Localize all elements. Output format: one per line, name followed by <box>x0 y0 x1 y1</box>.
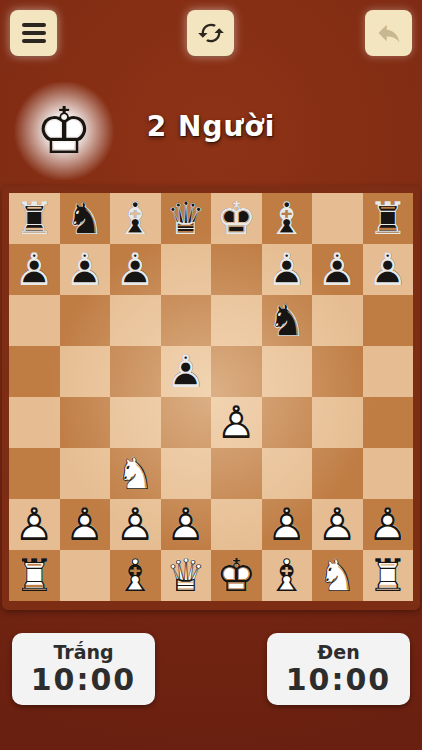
square-g6[interactable] <box>312 295 363 346</box>
white-clock: Trắng 10:00 <box>12 633 155 705</box>
square-a8[interactable]: ♜♖ <box>9 193 60 244</box>
square-b2[interactable]: ♟♙ <box>60 499 111 550</box>
square-e1[interactable]: ♚♔ <box>211 550 262 601</box>
square-g8[interactable] <box>312 193 363 244</box>
white-pawn[interactable]: ♟♙ <box>9 499 60 550</box>
black-pawn[interactable]: ♟♙ <box>161 346 212 397</box>
square-f2[interactable]: ♟♙ <box>262 499 313 550</box>
white-pawn[interactable]: ♟♙ <box>60 499 111 550</box>
chess-board: ♜♖♞♘♝♗♛♕♚♔♝♗♜♖♟♙♟♙♟♙♟♙♟♙♟♙♞♘♟♙♟♙♞♘♟♙♟♙♟♙… <box>2 186 420 610</box>
black-clock-label: Đen <box>317 642 359 664</box>
square-a2[interactable]: ♟♙ <box>9 499 60 550</box>
square-b4[interactable] <box>60 397 111 448</box>
black-rook[interactable]: ♜♖ <box>363 193 414 244</box>
square-f3[interactable] <box>262 448 313 499</box>
black-knight[interactable]: ♞♘ <box>60 193 111 244</box>
square-h7[interactable]: ♟♙ <box>363 244 414 295</box>
menu-icon <box>22 23 46 43</box>
white-knight[interactable]: ♞♘ <box>312 550 363 601</box>
square-f8[interactable]: ♝♗ <box>262 193 313 244</box>
black-pawn[interactable]: ♟♙ <box>262 244 313 295</box>
square-d5[interactable]: ♟♙ <box>161 346 212 397</box>
square-g1[interactable]: ♞♘ <box>312 550 363 601</box>
black-king[interactable]: ♚♔ <box>211 193 262 244</box>
white-pawn[interactable]: ♟♙ <box>211 397 262 448</box>
square-b7[interactable]: ♟♙ <box>60 244 111 295</box>
square-c4[interactable] <box>110 397 161 448</box>
square-d1[interactable]: ♛♕ <box>161 550 212 601</box>
square-e8[interactable]: ♚♔ <box>211 193 262 244</box>
square-c3[interactable]: ♞♘ <box>110 448 161 499</box>
board-grid: ♜♖♞♘♝♗♛♕♚♔♝♗♜♖♟♙♟♙♟♙♟♙♟♙♟♙♞♘♟♙♟♙♞♘♟♙♟♙♟♙… <box>9 193 413 601</box>
refresh-icon <box>197 19 225 47</box>
white-pawn[interactable]: ♟♙ <box>363 499 414 550</box>
square-h8[interactable]: ♜♖ <box>363 193 414 244</box>
square-g3[interactable] <box>312 448 363 499</box>
white-clock-time: 10:00 <box>31 663 137 696</box>
white-queen[interactable]: ♛♕ <box>161 550 212 601</box>
square-g4[interactable] <box>312 397 363 448</box>
undo-icon <box>375 19 403 47</box>
square-a6[interactable] <box>9 295 60 346</box>
mode-title: 2 Người <box>0 110 422 143</box>
square-b6[interactable] <box>60 295 111 346</box>
square-e4[interactable]: ♟♙ <box>211 397 262 448</box>
black-pawn[interactable]: ♟♙ <box>110 244 161 295</box>
square-b8[interactable]: ♞♘ <box>60 193 111 244</box>
menu-button[interactable] <box>10 10 57 56</box>
black-pawn[interactable]: ♟♙ <box>9 244 60 295</box>
white-pawn[interactable]: ♟♙ <box>161 499 212 550</box>
square-d6[interactable] <box>161 295 212 346</box>
black-rook[interactable]: ♜♖ <box>9 193 60 244</box>
square-a5[interactable] <box>9 346 60 397</box>
square-c1[interactable]: ♝♗ <box>110 550 161 601</box>
black-clock: Đen 10:00 <box>267 633 410 705</box>
black-queen[interactable]: ♛♕ <box>161 193 212 244</box>
square-g5[interactable] <box>312 346 363 397</box>
black-bishop[interactable]: ♝♗ <box>110 193 161 244</box>
white-pawn[interactable]: ♟♙ <box>312 499 363 550</box>
black-pawn[interactable]: ♟♙ <box>60 244 111 295</box>
square-g2[interactable]: ♟♙ <box>312 499 363 550</box>
black-knight[interactable]: ♞♘ <box>262 295 313 346</box>
square-c2[interactable]: ♟♙ <box>110 499 161 550</box>
black-bishop[interactable]: ♝♗ <box>262 193 313 244</box>
square-h3[interactable] <box>363 448 414 499</box>
white-pawn[interactable]: ♟♙ <box>110 499 161 550</box>
black-pawn[interactable]: ♟♙ <box>312 244 363 295</box>
square-f4[interactable] <box>262 397 313 448</box>
square-h1[interactable]: ♜♖ <box>363 550 414 601</box>
square-e3[interactable] <box>211 448 262 499</box>
white-clock-label: Trắng <box>53 642 113 664</box>
square-e6[interactable] <box>211 295 262 346</box>
white-bishop[interactable]: ♝♗ <box>262 550 313 601</box>
square-d3[interactable] <box>161 448 212 499</box>
black-pawn[interactable]: ♟♙ <box>363 244 414 295</box>
square-a7[interactable]: ♟♙ <box>9 244 60 295</box>
square-d8[interactable]: ♛♕ <box>161 193 212 244</box>
square-h5[interactable] <box>363 346 414 397</box>
square-c6[interactable] <box>110 295 161 346</box>
square-a3[interactable] <box>9 448 60 499</box>
square-h6[interactable] <box>363 295 414 346</box>
square-d4[interactable] <box>161 397 212 448</box>
square-f1[interactable]: ♝♗ <box>262 550 313 601</box>
square-g7[interactable]: ♟♙ <box>312 244 363 295</box>
square-b3[interactable] <box>60 448 111 499</box>
white-knight[interactable]: ♞♘ <box>110 448 161 499</box>
white-king[interactable]: ♚♔ <box>211 550 262 601</box>
square-c8[interactable]: ♝♗ <box>110 193 161 244</box>
square-d2[interactable]: ♟♙ <box>161 499 212 550</box>
white-rook[interactable]: ♜♖ <box>9 550 60 601</box>
square-c5[interactable] <box>110 346 161 397</box>
square-a1[interactable]: ♜♖ <box>9 550 60 601</box>
square-e5[interactable] <box>211 346 262 397</box>
square-f5[interactable] <box>262 346 313 397</box>
square-b1[interactable] <box>60 550 111 601</box>
square-e2[interactable] <box>211 499 262 550</box>
square-b5[interactable] <box>60 346 111 397</box>
square-c7[interactable]: ♟♙ <box>110 244 161 295</box>
new-game-button[interactable] <box>187 10 234 56</box>
square-h4[interactable] <box>363 397 414 448</box>
square-f6[interactable]: ♞♘ <box>262 295 313 346</box>
square-a4[interactable] <box>9 397 60 448</box>
black-clock-time: 10:00 <box>286 663 392 696</box>
white-rook[interactable]: ♜♖ <box>363 550 414 601</box>
square-e7[interactable] <box>211 244 262 295</box>
square-f7[interactable]: ♟♙ <box>262 244 313 295</box>
white-pawn[interactable]: ♟♙ <box>262 499 313 550</box>
white-bishop[interactable]: ♝♗ <box>110 550 161 601</box>
undo-button[interactable] <box>365 10 412 56</box>
square-d7[interactable] <box>161 244 212 295</box>
square-h2[interactable]: ♟♙ <box>363 499 414 550</box>
